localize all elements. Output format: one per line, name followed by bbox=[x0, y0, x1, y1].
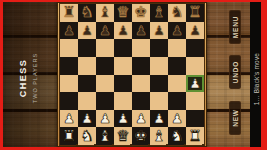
square-a7[interactable]: ♟ bbox=[60, 22, 78, 40]
white-pawn[interactable]: ♟ bbox=[153, 110, 165, 127]
square-h6[interactable] bbox=[186, 39, 204, 57]
square-f1[interactable]: ♝ bbox=[150, 127, 168, 145]
square-c2[interactable]: ♟ bbox=[96, 110, 114, 128]
game-mode-label: TWO PLAYERS bbox=[32, 53, 38, 103]
square-h3[interactable] bbox=[186, 92, 204, 110]
square-b1[interactable]: ♞ bbox=[78, 127, 96, 145]
app-title: CHESS bbox=[18, 59, 28, 98]
menu-button[interactable]: MENU bbox=[229, 10, 241, 44]
white-bishop[interactable]: ♝ bbox=[152, 128, 165, 145]
square-b2[interactable]: ♟ bbox=[78, 110, 96, 128]
square-g3[interactable] bbox=[168, 92, 186, 110]
square-b5[interactable] bbox=[78, 57, 96, 75]
white-pawn[interactable]: ♟ bbox=[171, 110, 183, 127]
square-f4[interactable] bbox=[150, 75, 168, 93]
square-g8[interactable]: ♞ bbox=[168, 4, 186, 22]
square-e4[interactable] bbox=[132, 75, 150, 93]
chess-app-screen: CHESS TWO PLAYERS ♜♞♝♛♚♝♞♜♟♟♟♟♟♟♟♟♟♟♟♟♟♟… bbox=[0, 0, 267, 150]
square-a5[interactable] bbox=[60, 57, 78, 75]
square-d2[interactable]: ♟ bbox=[114, 110, 132, 128]
new-game-button[interactable]: NEW bbox=[229, 101, 241, 135]
white-rook[interactable]: ♜ bbox=[188, 128, 201, 145]
square-c7[interactable]: ♟ bbox=[96, 22, 114, 40]
square-h4[interactable]: ♟ bbox=[186, 75, 204, 93]
black-pawn[interactable]: ♟ bbox=[81, 22, 93, 39]
square-a6[interactable] bbox=[60, 39, 78, 57]
white-king[interactable]: ♚ bbox=[134, 128, 147, 145]
square-c6[interactable] bbox=[96, 39, 114, 57]
undo-button[interactable]: UNDO bbox=[229, 55, 241, 89]
black-bishop[interactable]: ♝ bbox=[98, 4, 111, 21]
square-g6[interactable] bbox=[168, 39, 186, 57]
square-a8[interactable]: ♜ bbox=[60, 4, 78, 22]
square-h1[interactable]: ♜ bbox=[186, 127, 204, 145]
square-h8[interactable]: ♜ bbox=[186, 4, 204, 22]
square-e5[interactable] bbox=[132, 57, 150, 75]
header-panel bbox=[3, 2, 57, 147]
square-c4[interactable] bbox=[96, 75, 114, 93]
white-pawn[interactable]: ♟ bbox=[99, 110, 111, 127]
square-d6[interactable] bbox=[114, 39, 132, 57]
square-a2[interactable]: ♟ bbox=[60, 110, 78, 128]
square-f6[interactable] bbox=[150, 39, 168, 57]
square-f3[interactable] bbox=[150, 92, 168, 110]
square-e2[interactable]: ♟ bbox=[132, 110, 150, 128]
square-f5[interactable] bbox=[150, 57, 168, 75]
black-pawn[interactable]: ♟ bbox=[63, 22, 75, 39]
black-pawn[interactable]: ♟ bbox=[99, 22, 111, 39]
square-g1[interactable]: ♞ bbox=[168, 127, 186, 145]
square-d1[interactable]: ♛ bbox=[114, 127, 132, 145]
square-c5[interactable] bbox=[96, 57, 114, 75]
white-knight[interactable]: ♞ bbox=[80, 128, 93, 145]
square-e6[interactable] bbox=[132, 39, 150, 57]
square-g2[interactable]: ♟ bbox=[168, 110, 186, 128]
square-b3[interactable] bbox=[78, 92, 96, 110]
white-pawn[interactable]: ♟ bbox=[189, 75, 201, 92]
square-d7[interactable]: ♟ bbox=[114, 22, 132, 40]
square-e7[interactable]: ♟ bbox=[132, 22, 150, 40]
square-b8[interactable]: ♞ bbox=[78, 4, 96, 22]
square-f7[interactable]: ♟ bbox=[150, 22, 168, 40]
white-queen[interactable]: ♛ bbox=[116, 128, 129, 145]
square-g5[interactable] bbox=[168, 57, 186, 75]
black-pawn[interactable]: ♟ bbox=[171, 22, 183, 39]
chess-board: ♜♞♝♛♚♝♞♜♟♟♟♟♟♟♟♟♟♟♟♟♟♟♟♟♜♞♝♛♚♝♞♜ bbox=[57, 2, 207, 147]
white-pawn[interactable]: ♟ bbox=[135, 110, 147, 127]
black-knight[interactable]: ♞ bbox=[170, 4, 183, 21]
square-g4[interactable] bbox=[168, 75, 186, 93]
square-c1[interactable]: ♝ bbox=[96, 127, 114, 145]
black-rook[interactable]: ♜ bbox=[188, 4, 201, 21]
square-g7[interactable]: ♟ bbox=[168, 22, 186, 40]
black-pawn[interactable]: ♟ bbox=[153, 22, 165, 39]
square-d3[interactable] bbox=[114, 92, 132, 110]
white-pawn[interactable]: ♟ bbox=[81, 110, 93, 127]
white-pawn[interactable]: ♟ bbox=[117, 110, 129, 127]
square-c3[interactable] bbox=[96, 92, 114, 110]
square-d5[interactable] bbox=[114, 57, 132, 75]
square-h7[interactable]: ♟ bbox=[186, 22, 204, 40]
square-f2[interactable]: ♟ bbox=[150, 110, 168, 128]
black-bishop[interactable]: ♝ bbox=[152, 4, 165, 21]
square-c8[interactable]: ♝ bbox=[96, 4, 114, 22]
black-rook[interactable]: ♜ bbox=[62, 4, 75, 21]
square-h5[interactable] bbox=[186, 57, 204, 75]
black-king[interactable]: ♚ bbox=[134, 4, 147, 21]
square-e8[interactable]: ♚ bbox=[132, 4, 150, 22]
board-grid: ♜♞♝♛♚♝♞♜♟♟♟♟♟♟♟♟♟♟♟♟♟♟♟♟♜♞♝♛♚♝♞♜ bbox=[60, 4, 204, 145]
square-b7[interactable]: ♟ bbox=[78, 22, 96, 40]
black-pawn[interactable]: ♟ bbox=[135, 22, 147, 39]
square-e3[interactable] bbox=[132, 92, 150, 110]
square-b4[interactable] bbox=[78, 75, 96, 93]
app-content: CHESS TWO PLAYERS ♜♞♝♛♚♝♞♜♟♟♟♟♟♟♟♟♟♟♟♟♟♟… bbox=[3, 2, 261, 147]
status-bar: 1... Black's move bbox=[250, 2, 261, 147]
white-knight[interactable]: ♞ bbox=[170, 128, 183, 145]
white-rook[interactable]: ♜ bbox=[62, 128, 75, 145]
square-h2[interactable] bbox=[186, 110, 204, 128]
white-bishop[interactable]: ♝ bbox=[98, 128, 111, 145]
square-b6[interactable] bbox=[78, 39, 96, 57]
move-status-text: 1... Black's move bbox=[252, 53, 259, 105]
black-queen[interactable]: ♛ bbox=[116, 4, 129, 21]
square-d8[interactable]: ♛ bbox=[114, 4, 132, 22]
black-pawn[interactable]: ♟ bbox=[189, 22, 201, 39]
white-pawn[interactable]: ♟ bbox=[63, 110, 75, 127]
black-knight[interactable]: ♞ bbox=[80, 4, 93, 21]
square-a1[interactable]: ♜ bbox=[60, 127, 78, 145]
black-pawn[interactable]: ♟ bbox=[117, 22, 129, 39]
square-f8[interactable]: ♝ bbox=[150, 4, 168, 22]
square-a4[interactable] bbox=[60, 75, 78, 93]
square-d4[interactable] bbox=[114, 75, 132, 93]
square-a3[interactable] bbox=[60, 92, 78, 110]
square-e1[interactable]: ♚ bbox=[132, 127, 150, 145]
